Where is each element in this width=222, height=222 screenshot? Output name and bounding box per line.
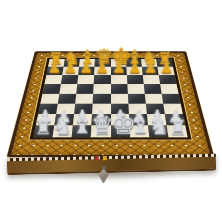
square-h5[interactable] [160,84,178,93]
piece-silver-knight[interactable]: ♞ [53,116,72,138]
square-c1[interactable]: ♝ [72,125,92,137]
piece-silver-rook[interactable]: ♜ [34,118,53,138]
square-b4[interactable] [58,93,77,103]
square-b5[interactable] [60,84,78,93]
square-g6[interactable] [143,75,160,84]
piece-silver-knight[interactable]: ♞ [149,116,168,138]
piece-silver-bishop[interactable]: ♝ [130,114,149,138]
square-a5[interactable] [43,84,61,93]
square-e5[interactable] [111,84,128,93]
chess-set-scene: ♜♞♝♛♚♝♞♜♟♟♟♟♟♟♟♟♟♟♟♟♟♟♟♟♜♞♝♛♚♝♞♜ [0,0,222,222]
square-c7[interactable]: ♟ [78,67,94,75]
square-f5[interactable] [127,84,144,93]
piece-silver-queen[interactable]: ♛ [91,112,110,138]
square-c4[interactable] [75,93,93,103]
photo-background: ♜♞♝♛♚♝♞♜♟♟♟♟♟♟♟♟♟♟♟♟♟♟♟♟♜♞♝♛♚♝♞♜ [0,0,222,222]
square-e7[interactable]: ♟ [111,67,127,75]
square-f1[interactable]: ♝ [129,125,149,137]
piece-gold-pawn[interactable]: ♟ [46,61,62,76]
piece-gold-pawn[interactable]: ♟ [111,61,127,76]
square-f6[interactable] [127,75,144,84]
square-d7[interactable]: ♟ [94,67,110,75]
square-a4[interactable] [40,93,59,103]
square-b7[interactable]: ♟ [62,67,79,75]
square-a6[interactable] [45,75,63,84]
square-h1[interactable]: ♜ [166,125,187,137]
square-f4[interactable] [127,93,145,103]
piece-gold-pawn[interactable]: ♟ [127,61,143,76]
square-h7[interactable]: ♟ [157,67,174,75]
inlay-accent-amber [103,156,107,160]
square-g5[interactable] [143,84,161,93]
piece-gold-pawn[interactable]: ♟ [62,61,78,76]
chess-board-frame: ♜♞♝♛♚♝♞♜♟♟♟♟♟♟♟♟♟♟♟♟♟♟♟♟♜♞♝♛♚♝♞♜ [7,51,215,157]
square-h6[interactable] [159,75,177,84]
square-c6[interactable] [78,75,95,84]
square-f7[interactable]: ♟ [126,67,142,75]
square-d4[interactable] [93,93,111,103]
square-c5[interactable] [77,84,94,93]
square-b1[interactable]: ♞ [53,125,74,137]
square-g1[interactable]: ♞ [148,125,169,137]
piece-silver-bishop[interactable]: ♝ [72,114,91,138]
square-b6[interactable] [61,75,78,84]
square-a1[interactable]: ♜ [33,125,54,137]
piece-gold-pawn[interactable]: ♟ [143,61,159,76]
square-h4[interactable] [161,93,180,103]
piece-gold-pawn[interactable]: ♟ [78,61,94,76]
piece-gold-pawn[interactable]: ♟ [94,61,110,76]
square-d1[interactable]: ♛ [91,125,110,137]
piece-silver-rook[interactable]: ♜ [168,118,187,138]
square-e6[interactable] [111,75,127,84]
square-d5[interactable] [94,84,111,93]
square-g7[interactable]: ♟ [142,67,159,75]
square-d6[interactable] [94,75,110,84]
piece-gold-pawn[interactable]: ♟ [159,61,175,76]
square-e4[interactable] [111,93,129,103]
inlay-accent-red [95,156,99,160]
board-grid: ♜♞♝♛♚♝♞♜♟♟♟♟♟♟♟♟♟♟♟♟♟♟♟♟♜♞♝♛♚♝♞♜ [29,58,191,140]
square-g4[interactable] [144,93,163,103]
square-a7[interactable]: ♟ [46,67,63,75]
